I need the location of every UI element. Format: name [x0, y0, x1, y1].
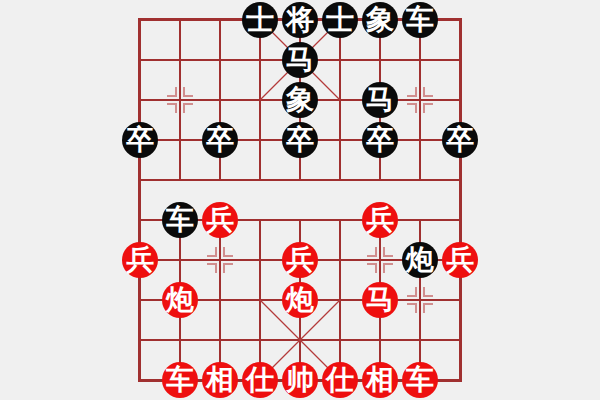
- red-soldier[interactable]: 兵: [202, 202, 238, 238]
- red-elephant[interactable]: 相: [202, 362, 238, 398]
- black-advisor[interactable]: 士: [322, 2, 358, 38]
- point-marker: [167, 104, 176, 113]
- point-marker: [184, 104, 193, 113]
- point-marker: [207, 247, 216, 256]
- black-elephant[interactable]: 象: [362, 2, 398, 38]
- black-soldier[interactable]: 卒: [442, 122, 478, 158]
- point-marker: [424, 304, 433, 313]
- point-marker: [407, 304, 416, 313]
- xiangqi-board-screenshot: 士将士象车马象马卒卒卒卒卒车兵兵兵兵炮兵炮炮马车相仕帅仕相车: [0, 0, 600, 400]
- black-horse[interactable]: 马: [282, 42, 318, 78]
- point-marker: [184, 87, 193, 96]
- red-cannon[interactable]: 炮: [282, 282, 318, 318]
- point-marker: [224, 247, 233, 256]
- point-marker: [407, 287, 416, 296]
- black-horse[interactable]: 马: [362, 82, 398, 118]
- black-general[interactable]: 将: [282, 2, 318, 38]
- point-marker: [407, 104, 416, 113]
- red-chariot[interactable]: 车: [162, 362, 198, 398]
- point-marker: [367, 247, 376, 256]
- point-marker: [384, 264, 393, 273]
- red-general[interactable]: 帅: [282, 362, 318, 398]
- black-advisor[interactable]: 士: [242, 2, 278, 38]
- black-soldier[interactable]: 卒: [202, 122, 238, 158]
- point-marker: [424, 287, 433, 296]
- point-marker: [407, 87, 416, 96]
- point-marker: [424, 104, 433, 113]
- black-soldier[interactable]: 卒: [122, 122, 158, 158]
- red-cannon[interactable]: 炮: [162, 282, 198, 318]
- point-marker: [367, 264, 376, 273]
- black-cannon[interactable]: 炮: [402, 242, 438, 278]
- black-chariot[interactable]: 车: [162, 202, 198, 238]
- point-marker: [224, 264, 233, 273]
- point-marker: [167, 87, 176, 96]
- xiangqi-board[interactable]: 士将士象车马象马卒卒卒卒卒车兵兵兵兵炮兵炮炮马车相仕帅仕相车: [0, 0, 600, 400]
- red-soldier[interactable]: 兵: [122, 242, 158, 278]
- red-soldier[interactable]: 兵: [282, 242, 318, 278]
- black-elephant[interactable]: 象: [282, 82, 318, 118]
- red-horse[interactable]: 马: [362, 282, 398, 318]
- point-marker: [207, 264, 216, 273]
- black-soldier[interactable]: 卒: [282, 122, 318, 158]
- black-soldier[interactable]: 卒: [362, 122, 398, 158]
- red-chariot[interactable]: 车: [402, 362, 438, 398]
- red-advisor[interactable]: 仕: [242, 362, 278, 398]
- point-marker: [424, 87, 433, 96]
- point-marker: [384, 247, 393, 256]
- black-chariot[interactable]: 车: [402, 2, 438, 38]
- red-soldier[interactable]: 兵: [362, 202, 398, 238]
- red-elephant[interactable]: 相: [362, 362, 398, 398]
- red-advisor[interactable]: 仕: [322, 362, 358, 398]
- red-soldier[interactable]: 兵: [442, 242, 478, 278]
